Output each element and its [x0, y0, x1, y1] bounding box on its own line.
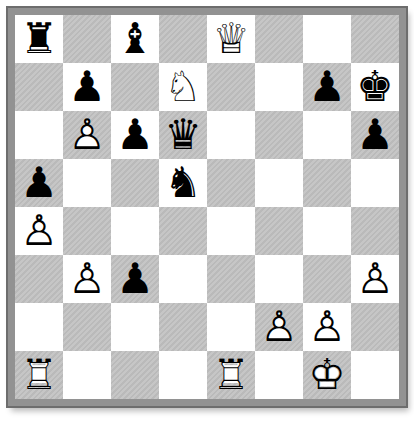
black-pawn-glyph: ♟	[303, 63, 351, 111]
white-pawn-glyph: ♙	[303, 303, 351, 351]
black-rook-glyph: ♜	[15, 15, 63, 63]
square-c1[interactable]	[111, 351, 159, 399]
piece-white-king-g1[interactable]: ♚♔	[303, 351, 351, 399]
square-c5[interactable]	[111, 159, 159, 207]
black-knight-glyph: ♞	[159, 159, 207, 207]
square-g4[interactable]	[303, 207, 351, 255]
square-f4[interactable]	[255, 207, 303, 255]
square-c7[interactable]	[111, 63, 159, 111]
square-d3[interactable]	[159, 255, 207, 303]
square-g5[interactable]	[303, 159, 351, 207]
square-a1[interactable]: ♜♖	[15, 351, 63, 399]
square-h5[interactable]	[351, 159, 399, 207]
square-e4[interactable]	[207, 207, 255, 255]
piece-black-pawn-c6[interactable]: ♟	[111, 111, 159, 159]
square-b1[interactable]	[63, 351, 111, 399]
white-pawn-glyph: ♙	[15, 207, 63, 255]
black-king-glyph: ♚	[351, 63, 399, 111]
square-g7[interactable]: ♟	[303, 63, 351, 111]
chess-board: ♜♝♛♕♟♞♘♟♚♟♙♟♛♟♟♞♟♙♟♙♟♟♙♟♙♟♙♜♖♜♖♚♔	[15, 15, 399, 399]
square-c6[interactable]: ♟	[111, 111, 159, 159]
square-a8[interactable]: ♜	[15, 15, 63, 63]
square-e2[interactable]	[207, 303, 255, 351]
square-b3[interactable]: ♟♙	[63, 255, 111, 303]
white-knight-glyph: ♘	[159, 63, 207, 111]
piece-white-pawn-f2[interactable]: ♟♙	[255, 303, 303, 351]
piece-white-pawn-b6[interactable]: ♟♙	[63, 111, 111, 159]
black-bishop-glyph: ♝	[111, 15, 159, 63]
square-h1[interactable]	[351, 351, 399, 399]
square-g6[interactable]	[303, 111, 351, 159]
white-pawn-glyph: ♙	[63, 111, 111, 159]
square-d8[interactable]	[159, 15, 207, 63]
white-pawn-glyph: ♙	[63, 255, 111, 303]
square-d7[interactable]: ♞♘	[159, 63, 207, 111]
piece-black-pawn-g7[interactable]: ♟	[303, 63, 351, 111]
square-c3[interactable]: ♟	[111, 255, 159, 303]
piece-black-pawn-h6[interactable]: ♟	[351, 111, 399, 159]
square-h2[interactable]	[351, 303, 399, 351]
square-d2[interactable]	[159, 303, 207, 351]
piece-black-king-h7[interactable]: ♚	[351, 63, 399, 111]
piece-black-knight-d5[interactable]: ♞	[159, 159, 207, 207]
white-pawn-glyph: ♙	[351, 255, 399, 303]
square-b6[interactable]: ♟♙	[63, 111, 111, 159]
square-f6[interactable]	[255, 111, 303, 159]
square-b7[interactable]: ♟	[63, 63, 111, 111]
piece-black-pawn-a5[interactable]: ♟	[15, 159, 63, 207]
piece-black-rook-a8[interactable]: ♜	[15, 15, 63, 63]
square-d1[interactable]	[159, 351, 207, 399]
black-queen-glyph: ♛	[159, 111, 207, 159]
white-pawn-glyph: ♙	[255, 303, 303, 351]
black-pawn-glyph: ♟	[111, 111, 159, 159]
square-d4[interactable]	[159, 207, 207, 255]
square-g1[interactable]: ♚♔	[303, 351, 351, 399]
square-b2[interactable]	[63, 303, 111, 351]
black-pawn-glyph: ♟	[111, 255, 159, 303]
square-g3[interactable]	[303, 255, 351, 303]
piece-white-pawn-a4[interactable]: ♟♙	[15, 207, 63, 255]
square-e8[interactable]: ♛♕	[207, 15, 255, 63]
piece-white-rook-a1[interactable]: ♜♖	[15, 351, 63, 399]
page: ♜♝♛♕♟♞♘♟♚♟♙♟♛♟♟♞♟♙♟♙♟♟♙♟♙♟♙♜♖♜♖♚♔	[0, 0, 414, 422]
square-a3[interactable]	[15, 255, 63, 303]
square-h6[interactable]: ♟	[351, 111, 399, 159]
square-h8[interactable]	[351, 15, 399, 63]
square-f1[interactable]	[255, 351, 303, 399]
piece-black-pawn-c3[interactable]: ♟	[111, 255, 159, 303]
square-c4[interactable]	[111, 207, 159, 255]
square-c8[interactable]: ♝	[111, 15, 159, 63]
square-a6[interactable]	[15, 111, 63, 159]
square-g8[interactable]	[303, 15, 351, 63]
white-king-glyph: ♔	[303, 351, 351, 399]
square-f8[interactable]	[255, 15, 303, 63]
square-a4[interactable]: ♟♙	[15, 207, 63, 255]
piece-white-pawn-h3[interactable]: ♟♙	[351, 255, 399, 303]
piece-white-pawn-b3[interactable]: ♟♙	[63, 255, 111, 303]
piece-black-bishop-c8[interactable]: ♝	[111, 15, 159, 63]
square-e5[interactable]	[207, 159, 255, 207]
square-b4[interactable]	[63, 207, 111, 255]
white-rook-glyph: ♖	[207, 351, 255, 399]
square-h4[interactable]	[351, 207, 399, 255]
square-a2[interactable]	[15, 303, 63, 351]
square-d6[interactable]: ♛	[159, 111, 207, 159]
square-f3[interactable]	[255, 255, 303, 303]
square-e3[interactable]	[207, 255, 255, 303]
square-f2[interactable]: ♟♙	[255, 303, 303, 351]
chess-board-frame: ♜♝♛♕♟♞♘♟♚♟♙♟♛♟♟♞♟♙♟♙♟♟♙♟♙♟♙♜♖♜♖♚♔	[8, 8, 406, 406]
square-a7[interactable]	[15, 63, 63, 111]
square-e6[interactable]	[207, 111, 255, 159]
black-pawn-glyph: ♟	[63, 63, 111, 111]
square-h7[interactable]: ♚	[351, 63, 399, 111]
square-f7[interactable]	[255, 63, 303, 111]
white-rook-glyph: ♖	[15, 351, 63, 399]
square-b8[interactable]	[63, 15, 111, 63]
square-e1[interactable]: ♜♖	[207, 351, 255, 399]
white-queen-glyph: ♕	[207, 15, 255, 63]
piece-black-pawn-b7[interactable]: ♟	[63, 63, 111, 111]
piece-black-queen-d6[interactable]: ♛	[159, 111, 207, 159]
square-e7[interactable]	[207, 63, 255, 111]
piece-white-queen-e8[interactable]: ♛♕	[207, 15, 255, 63]
square-f5[interactable]	[255, 159, 303, 207]
piece-white-rook-e1[interactable]: ♜♖	[207, 351, 255, 399]
piece-white-pawn-g2[interactable]: ♟♙	[303, 303, 351, 351]
square-d5[interactable]: ♞	[159, 159, 207, 207]
square-c2[interactable]	[111, 303, 159, 351]
square-g2[interactable]: ♟♙	[303, 303, 351, 351]
black-pawn-glyph: ♟	[15, 159, 63, 207]
square-a5[interactable]: ♟	[15, 159, 63, 207]
black-pawn-glyph: ♟	[351, 111, 399, 159]
square-h3[interactable]: ♟♙	[351, 255, 399, 303]
square-b5[interactable]	[63, 159, 111, 207]
piece-white-knight-d7[interactable]: ♞♘	[159, 63, 207, 111]
